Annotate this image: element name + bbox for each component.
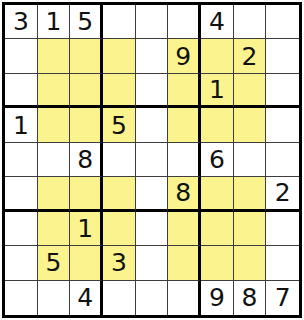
cell-r9c5[interactable] <box>136 281 169 315</box>
cell-r2c2[interactable] <box>38 39 71 73</box>
cell-r1c7[interactable]: 4 <box>201 5 234 39</box>
cell-r8c9[interactable] <box>266 246 299 280</box>
cell-r6c5[interactable] <box>136 177 169 211</box>
cell-r6c4[interactable] <box>103 177 136 211</box>
given-digit: 1 <box>13 113 29 138</box>
cell-r3c3[interactable] <box>70 74 103 108</box>
cell-r9c9[interactable]: 7 <box>266 281 299 315</box>
cell-r2c4[interactable] <box>103 39 136 73</box>
given-digit: 4 <box>209 9 225 34</box>
cell-r9c7[interactable]: 9 <box>201 281 234 315</box>
cell-r3c5[interactable] <box>136 74 169 108</box>
cell-r7c3[interactable]: 1 <box>70 212 103 246</box>
cell-r1c9[interactable] <box>266 5 299 39</box>
cell-r9c2[interactable] <box>38 281 71 315</box>
cell-r1c4[interactable] <box>103 5 136 39</box>
cell-r7c2[interactable] <box>38 212 71 246</box>
cell-r6c7[interactable] <box>201 177 234 211</box>
given-digit: 3 <box>13 9 29 34</box>
cell-r8c1[interactable] <box>5 246 38 280</box>
cell-r1c3[interactable]: 5 <box>70 5 103 39</box>
cell-r5c9[interactable] <box>266 143 299 177</box>
cell-r3c8[interactable] <box>234 74 267 108</box>
given-digit: 2 <box>275 180 291 205</box>
cell-r6c6[interactable]: 8 <box>168 177 201 211</box>
cell-r2c9[interactable] <box>266 39 299 73</box>
given-digit: 8 <box>77 147 93 172</box>
cell-r8c3[interactable] <box>70 246 103 280</box>
given-digit: 7 <box>275 285 291 310</box>
cell-r3c6[interactable] <box>168 74 201 108</box>
cell-r8c5[interactable] <box>136 246 169 280</box>
given-digit: 1 <box>77 216 93 241</box>
cell-r4c9[interactable] <box>266 108 299 142</box>
cell-r2c3[interactable] <box>70 39 103 73</box>
cell-r7c4[interactable] <box>103 212 136 246</box>
cell-r7c8[interactable] <box>234 212 267 246</box>
cell-r6c9[interactable]: 2 <box>266 177 299 211</box>
cell-r4c7[interactable] <box>201 108 234 142</box>
cell-r4c1[interactable]: 1 <box>5 108 38 142</box>
given-digit: 6 <box>209 147 225 172</box>
cell-r5c6[interactable] <box>168 143 201 177</box>
cell-r4c2[interactable] <box>38 108 71 142</box>
given-digit: 8 <box>242 285 258 310</box>
cell-r6c2[interactable] <box>38 177 71 211</box>
cell-r5c4[interactable] <box>103 143 136 177</box>
cell-r8c8[interactable] <box>234 246 267 280</box>
cell-r5c8[interactable] <box>234 143 267 177</box>
cell-r7c7[interactable] <box>201 212 234 246</box>
cell-r9c3[interactable]: 4 <box>70 281 103 315</box>
cell-r6c3[interactable] <box>70 177 103 211</box>
cell-r3c7[interactable]: 1 <box>201 74 234 108</box>
cell-r1c6[interactable] <box>168 5 201 39</box>
given-digit: 4 <box>77 285 93 310</box>
cell-r2c5[interactable] <box>136 39 169 73</box>
cell-r1c8[interactable] <box>234 5 267 39</box>
given-digit: 5 <box>77 9 93 34</box>
cell-r4c6[interactable] <box>168 108 201 142</box>
cell-r9c8[interactable]: 8 <box>234 281 267 315</box>
sudoku-board: 31549211586821534987 <box>2 2 302 318</box>
cell-r7c5[interactable] <box>136 212 169 246</box>
cell-r7c6[interactable] <box>168 212 201 246</box>
cell-r1c2[interactable]: 1 <box>38 5 71 39</box>
cell-r3c2[interactable] <box>38 74 71 108</box>
cell-r5c2[interactable] <box>38 143 71 177</box>
cell-r2c6[interactable]: 9 <box>168 39 201 73</box>
cell-r9c4[interactable] <box>103 281 136 315</box>
cell-r4c3[interactable] <box>70 108 103 142</box>
given-digit: 1 <box>46 9 62 34</box>
given-digit: 2 <box>242 44 258 69</box>
given-digit: 3 <box>111 250 127 275</box>
cell-r6c8[interactable] <box>234 177 267 211</box>
cell-r1c1[interactable]: 3 <box>5 5 38 39</box>
cell-r8c4[interactable]: 3 <box>103 246 136 280</box>
cell-r6c1[interactable] <box>5 177 38 211</box>
given-digit: 8 <box>175 180 191 205</box>
cell-r3c4[interactable] <box>103 74 136 108</box>
cell-r8c6[interactable] <box>168 246 201 280</box>
sudoku-page: 31549211586821534987 <box>0 0 304 320</box>
given-digit: 9 <box>209 285 225 310</box>
cell-r5c3[interactable]: 8 <box>70 143 103 177</box>
cell-r2c8[interactable]: 2 <box>234 39 267 73</box>
cell-r2c7[interactable] <box>201 39 234 73</box>
given-digit: 1 <box>209 77 225 102</box>
cell-r2c1[interactable] <box>5 39 38 73</box>
cell-r8c2[interactable]: 5 <box>38 246 71 280</box>
cell-r4c5[interactable] <box>136 108 169 142</box>
cell-r7c1[interactable] <box>5 212 38 246</box>
given-digit: 9 <box>175 44 191 69</box>
given-digit: 5 <box>46 250 62 275</box>
cell-r5c7[interactable]: 6 <box>201 143 234 177</box>
cell-r1c5[interactable] <box>136 5 169 39</box>
cell-r5c5[interactable] <box>136 143 169 177</box>
cell-r4c8[interactable] <box>234 108 267 142</box>
cell-r9c1[interactable] <box>5 281 38 315</box>
cell-r3c1[interactable] <box>5 74 38 108</box>
given-digit: 5 <box>111 113 127 138</box>
cell-r5c1[interactable] <box>5 143 38 177</box>
cell-r4c4[interactable]: 5 <box>103 108 136 142</box>
cell-r9c6[interactable] <box>168 281 201 315</box>
cell-r3c9[interactable] <box>266 74 299 108</box>
cell-r7c9[interactable] <box>266 212 299 246</box>
cell-r8c7[interactable] <box>201 246 234 280</box>
